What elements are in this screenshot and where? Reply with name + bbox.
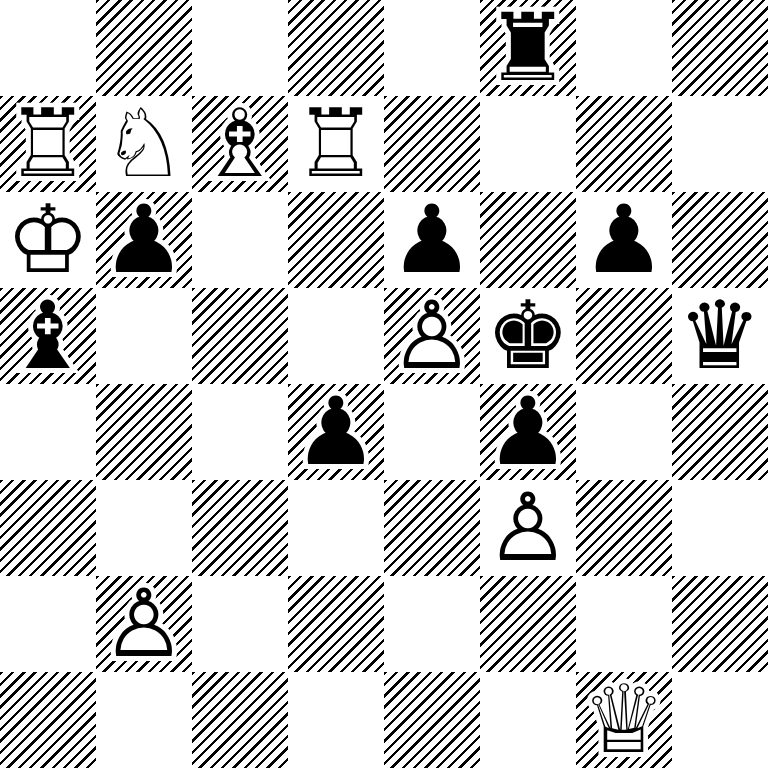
square-b1[interactable] xyxy=(96,672,192,768)
square-b5[interactable] xyxy=(96,288,192,384)
square-e3[interactable] xyxy=(384,480,480,576)
square-b4[interactable] xyxy=(96,384,192,480)
square-d5[interactable] xyxy=(288,288,384,384)
square-b7[interactable]: ♞♘ xyxy=(96,96,192,192)
square-c4[interactable] xyxy=(192,384,288,480)
square-f3[interactable]: ♟♙ xyxy=(480,480,576,576)
black-pawn-d4: ♟♟ xyxy=(288,384,384,480)
black-pawn-icon: ♟ xyxy=(288,384,384,480)
square-b2[interactable]: ♟♙ xyxy=(96,576,192,672)
square-e4[interactable] xyxy=(384,384,480,480)
white-queen-g1: ♛♕ xyxy=(576,672,672,768)
square-d2[interactable] xyxy=(288,576,384,672)
white-rook-icon: ♖ xyxy=(0,96,96,192)
square-e1[interactable] xyxy=(384,672,480,768)
square-c1[interactable] xyxy=(192,672,288,768)
square-e6[interactable]: ♟♟ xyxy=(384,192,480,288)
square-d3[interactable] xyxy=(288,480,384,576)
square-f7[interactable] xyxy=(480,96,576,192)
white-rook-icon: ♖ xyxy=(288,96,384,192)
white-bishop-c7: ♝♗ xyxy=(192,96,288,192)
square-b3[interactable] xyxy=(96,480,192,576)
square-f1[interactable] xyxy=(480,672,576,768)
square-a6[interactable]: ♚♔ xyxy=(0,192,96,288)
square-g2[interactable] xyxy=(576,576,672,672)
square-h8[interactable] xyxy=(672,0,768,96)
black-pawn-e6: ♟♟ xyxy=(384,192,480,288)
square-h2[interactable] xyxy=(672,576,768,672)
white-rook-a7: ♜♖ xyxy=(0,96,96,192)
white-pawn-icon: ♙ xyxy=(96,576,192,672)
square-g5[interactable] xyxy=(576,288,672,384)
square-a1[interactable] xyxy=(0,672,96,768)
square-f6[interactable] xyxy=(480,192,576,288)
square-d6[interactable] xyxy=(288,192,384,288)
square-h7[interactable] xyxy=(672,96,768,192)
square-h1[interactable] xyxy=(672,672,768,768)
white-king-icon: ♔ xyxy=(0,192,96,288)
white-pawn-f3: ♟♙ xyxy=(480,480,576,576)
white-pawn-icon: ♙ xyxy=(384,288,480,384)
black-pawn-icon: ♟ xyxy=(384,192,480,288)
square-e8[interactable] xyxy=(384,0,480,96)
square-h5[interactable]: ♛♛ xyxy=(672,288,768,384)
black-pawn-f4: ♟♟ xyxy=(480,384,576,480)
square-d1[interactable] xyxy=(288,672,384,768)
black-pawn-icon: ♟ xyxy=(96,192,192,288)
black-rook-f8: ♜♜ xyxy=(480,0,576,96)
square-e2[interactable] xyxy=(384,576,480,672)
white-rook-d7: ♜♖ xyxy=(288,96,384,192)
black-king-icon: ♚ xyxy=(480,288,576,384)
square-g3[interactable] xyxy=(576,480,672,576)
white-pawn-b2: ♟♙ xyxy=(96,576,192,672)
square-a8[interactable] xyxy=(0,0,96,96)
square-a5[interactable]: ♝♝ xyxy=(0,288,96,384)
square-a7[interactable]: ♜♖ xyxy=(0,96,96,192)
white-bishop-icon: ♗ xyxy=(192,96,288,192)
chess-board: ♜♜♜♖♞♘♝♗♜♖♚♔♟♟♟♟♟♟♝♝♟♙♚♚♛♛♟♟♟♟♟♙♟♙♛♕ xyxy=(0,0,768,768)
square-c5[interactable] xyxy=(192,288,288,384)
black-queen-h5: ♛♛ xyxy=(672,288,768,384)
white-queen-icon: ♕ xyxy=(576,672,672,768)
black-pawn-g6: ♟♟ xyxy=(576,192,672,288)
square-f2[interactable] xyxy=(480,576,576,672)
black-queen-icon: ♛ xyxy=(672,288,768,384)
black-pawn-b6: ♟♟ xyxy=(96,192,192,288)
black-bishop-icon: ♝ xyxy=(0,288,96,384)
square-g6[interactable]: ♟♟ xyxy=(576,192,672,288)
square-e7[interactable] xyxy=(384,96,480,192)
square-c6[interactable] xyxy=(192,192,288,288)
square-c2[interactable] xyxy=(192,576,288,672)
square-g1[interactable]: ♛♕ xyxy=(576,672,672,768)
square-g4[interactable] xyxy=(576,384,672,480)
square-b6[interactable]: ♟♟ xyxy=(96,192,192,288)
white-knight-icon: ♘ xyxy=(96,96,192,192)
square-f8[interactable]: ♜♜ xyxy=(480,0,576,96)
square-h6[interactable] xyxy=(672,192,768,288)
square-a2[interactable] xyxy=(0,576,96,672)
square-d8[interactable] xyxy=(288,0,384,96)
square-d7[interactable]: ♜♖ xyxy=(288,96,384,192)
black-bishop-a5: ♝♝ xyxy=(0,288,96,384)
square-c7[interactable]: ♝♗ xyxy=(192,96,288,192)
black-pawn-icon: ♟ xyxy=(576,192,672,288)
white-knight-b7: ♞♘ xyxy=(96,96,192,192)
white-king-a6: ♚♔ xyxy=(0,192,96,288)
square-b8[interactable] xyxy=(96,0,192,96)
black-pawn-icon: ♟ xyxy=(480,384,576,480)
square-c3[interactable] xyxy=(192,480,288,576)
square-g7[interactable] xyxy=(576,96,672,192)
white-pawn-e5: ♟♙ xyxy=(384,288,480,384)
square-g8[interactable] xyxy=(576,0,672,96)
square-f5[interactable]: ♚♚ xyxy=(480,288,576,384)
square-h4[interactable] xyxy=(672,384,768,480)
black-king-f5: ♚♚ xyxy=(480,288,576,384)
square-c8[interactable] xyxy=(192,0,288,96)
square-e5[interactable]: ♟♙ xyxy=(384,288,480,384)
white-pawn-icon: ♙ xyxy=(480,480,576,576)
black-rook-icon: ♜ xyxy=(480,0,576,96)
square-a4[interactable] xyxy=(0,384,96,480)
square-a3[interactable] xyxy=(0,480,96,576)
square-h3[interactable] xyxy=(672,480,768,576)
square-d4[interactable]: ♟♟ xyxy=(288,384,384,480)
square-f4[interactable]: ♟♟ xyxy=(480,384,576,480)
